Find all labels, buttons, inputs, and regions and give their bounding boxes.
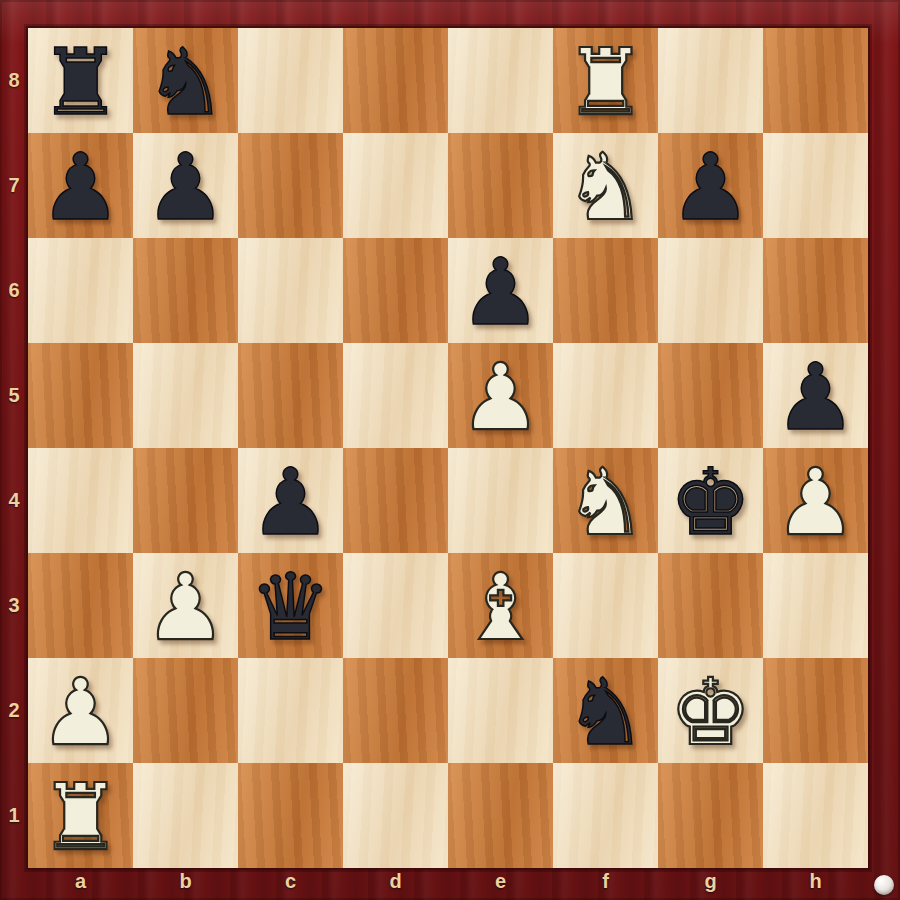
square-b4[interactable] [133,448,238,553]
square-b2[interactable] [133,658,238,763]
piece-white-knight-f7[interactable]: ♞ [553,133,658,238]
square-g1[interactable] [658,763,763,868]
square-e7[interactable] [448,133,553,238]
square-b7[interactable]: ♟ [133,133,238,238]
square-h6[interactable] [763,238,868,343]
square-a2[interactable]: ♟ [28,658,133,763]
rank-label-6: 6 [0,238,28,343]
square-b1[interactable] [133,763,238,868]
square-d7[interactable] [343,133,448,238]
square-e2[interactable] [448,658,553,763]
square-g4[interactable]: ♚ [658,448,763,553]
square-c8[interactable] [238,28,343,133]
rank-label-8: 8 [0,28,28,133]
rank-label-2: 2 [0,658,28,763]
piece-black-pawn-b7[interactable]: ♟ [133,133,238,238]
square-c2[interactable] [238,658,343,763]
square-a8[interactable]: ♜ [28,28,133,133]
rank-label-5: 5 [0,343,28,448]
square-h5[interactable]: ♟ [763,343,868,448]
piece-black-pawn-c4[interactable]: ♟ [238,448,343,553]
square-a5[interactable] [28,343,133,448]
square-e1[interactable] [448,763,553,868]
piece-black-pawn-g7[interactable]: ♟ [658,133,763,238]
square-b6[interactable] [133,238,238,343]
square-d6[interactable] [343,238,448,343]
square-c6[interactable] [238,238,343,343]
rank-label-3: 3 [0,553,28,658]
square-c5[interactable] [238,343,343,448]
file-label-c: c [238,866,343,896]
piece-black-pawn-e6[interactable]: ♟ [448,238,553,343]
piece-white-knight-f4[interactable]: ♞ [553,448,658,553]
square-d3[interactable] [343,553,448,658]
square-c3[interactable]: ♛ [238,553,343,658]
square-h8[interactable] [763,28,868,133]
piece-white-bishop-e3[interactable]: ♝ [448,553,553,658]
piece-white-rook-f8[interactable]: ♜ [553,28,658,133]
square-c7[interactable] [238,133,343,238]
square-g7[interactable]: ♟ [658,133,763,238]
piece-white-pawn-h4[interactable]: ♟ [763,448,868,553]
square-d8[interactable] [343,28,448,133]
piece-black-queen-c3[interactable]: ♛ [238,553,343,658]
square-a1[interactable]: ♜ [28,763,133,868]
square-g2[interactable]: ♚ [658,658,763,763]
square-b5[interactable] [133,343,238,448]
rank-label-7: 7 [0,133,28,238]
file-label-h: h [763,866,868,896]
square-e3[interactable]: ♝ [448,553,553,658]
piece-black-rook-a8[interactable]: ♜ [28,28,133,133]
square-h7[interactable] [763,133,868,238]
side-to-move-indicator [874,875,894,895]
file-label-g: g [658,866,763,896]
square-a6[interactable] [28,238,133,343]
piece-black-knight-f2[interactable]: ♞ [553,658,658,763]
square-g8[interactable] [658,28,763,133]
piece-black-pawn-h5[interactable]: ♟ [763,343,868,448]
square-b8[interactable]: ♞ [133,28,238,133]
square-a7[interactable]: ♟ [28,133,133,238]
square-f6[interactable] [553,238,658,343]
square-f1[interactable] [553,763,658,868]
rank-label-1: 1 [0,763,28,868]
piece-white-pawn-a2[interactable]: ♟ [28,658,133,763]
square-d1[interactable] [343,763,448,868]
square-c4[interactable]: ♟ [238,448,343,553]
square-a3[interactable] [28,553,133,658]
file-label-d: d [343,866,448,896]
square-f5[interactable] [553,343,658,448]
square-b3[interactable]: ♟ [133,553,238,658]
square-f2[interactable]: ♞ [553,658,658,763]
square-c1[interactable] [238,763,343,868]
square-f7[interactable]: ♞ [553,133,658,238]
file-labels: abcdefgh [28,866,868,896]
square-g6[interactable] [658,238,763,343]
square-a4[interactable] [28,448,133,553]
piece-white-king-g2[interactable]: ♚ [658,658,763,763]
square-h2[interactable] [763,658,868,763]
square-h3[interactable] [763,553,868,658]
square-e8[interactable] [448,28,553,133]
piece-white-pawn-b3[interactable]: ♟ [133,553,238,658]
square-e4[interactable] [448,448,553,553]
square-h1[interactable] [763,763,868,868]
piece-white-pawn-e5[interactable]: ♟ [448,343,553,448]
piece-black-king-g4[interactable]: ♚ [658,448,763,553]
square-d5[interactable] [343,343,448,448]
chess-board: ♜♞♜♟♟♞♟♟♟♟♟♞♚♟♟♛♝♟♞♚♜ [28,28,868,868]
piece-black-pawn-a7[interactable]: ♟ [28,133,133,238]
square-d2[interactable] [343,658,448,763]
file-label-f: f [553,866,658,896]
square-d4[interactable] [343,448,448,553]
chess-app: 87654321 abcdefgh ♜♞♜♟♟♞♟♟♟♟♟♞♚♟♟♛♝♟♞♚♜ [0,0,900,900]
rank-label-4: 4 [0,448,28,553]
square-f4[interactable]: ♞ [553,448,658,553]
square-g5[interactable] [658,343,763,448]
square-e5[interactable]: ♟ [448,343,553,448]
file-label-e: e [448,866,553,896]
piece-black-knight-b8[interactable]: ♞ [133,28,238,133]
square-h4[interactable]: ♟ [763,448,868,553]
file-label-b: b [133,866,238,896]
square-g3[interactable] [658,553,763,658]
square-e6[interactable]: ♟ [448,238,553,343]
square-f3[interactable] [553,553,658,658]
rank-labels: 87654321 [0,28,28,868]
square-f8[interactable]: ♜ [553,28,658,133]
piece-white-rook-a1[interactable]: ♜ [28,763,133,868]
